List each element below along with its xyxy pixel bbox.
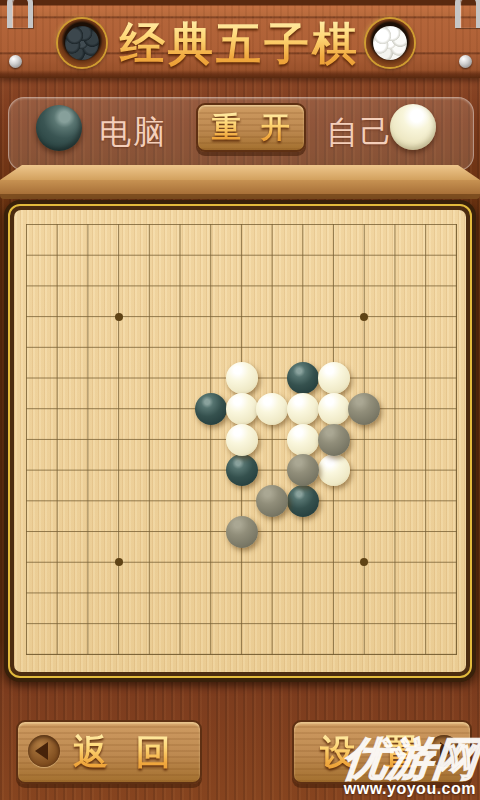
board-surface	[14, 210, 466, 672]
back-button[interactable]: 返 回	[16, 720, 202, 784]
white-stone	[287, 424, 319, 456]
back-arrow-circle	[28, 735, 60, 767]
star-point	[115, 313, 123, 321]
wooden-shelf-front	[0, 180, 480, 194]
computer-label: 电脑	[99, 111, 167, 155]
white-stone	[318, 454, 350, 486]
wooden-shelf-top	[0, 165, 480, 180]
gomoku-board-grid[interactable]	[26, 224, 457, 655]
gray-stone	[287, 454, 319, 486]
black-stone	[226, 454, 258, 486]
page-title: 经典五子棋	[0, 14, 480, 74]
back-button-label: 返 回	[64, 729, 180, 776]
white-stone	[287, 393, 319, 425]
game-screen: 经典五子棋 电脑 重 开 自己 返 回 设 置 优游网 www.yoyou.	[0, 0, 480, 800]
gray-stone	[318, 424, 350, 456]
star-point	[115, 558, 123, 566]
status-panel: 电脑 重 开 自己	[8, 97, 474, 171]
gray-stone	[226, 516, 258, 548]
white-stone	[226, 393, 258, 425]
white-stone	[318, 393, 350, 425]
settings-button-label: 设 置	[311, 729, 427, 776]
self-label: 自己	[326, 111, 394, 155]
black-stone	[287, 362, 319, 394]
board-gold-border	[8, 204, 472, 678]
star-point	[360, 313, 368, 321]
black-stone	[287, 485, 319, 517]
gray-stone	[256, 485, 288, 517]
computer-stone-icon	[36, 105, 82, 151]
restart-button-label: 重 开	[206, 108, 296, 148]
white-stone	[256, 393, 288, 425]
right-arrow-icon	[440, 742, 453, 760]
board-frame	[4, 200, 476, 682]
gray-stone	[348, 393, 380, 425]
white-stone	[226, 362, 258, 394]
white-stone	[226, 424, 258, 456]
wooden-shelf-edge	[0, 194, 480, 199]
black-stone	[195, 393, 227, 425]
left-arrow-icon	[35, 742, 48, 760]
restart-button[interactable]: 重 开	[196, 103, 306, 152]
white-stone	[318, 362, 350, 394]
top-bar: 经典五子棋	[0, 0, 480, 78]
settings-arrow-circle	[428, 735, 460, 767]
settings-button[interactable]: 设 置	[292, 720, 472, 784]
star-point	[360, 558, 368, 566]
self-stone-icon	[390, 104, 436, 150]
